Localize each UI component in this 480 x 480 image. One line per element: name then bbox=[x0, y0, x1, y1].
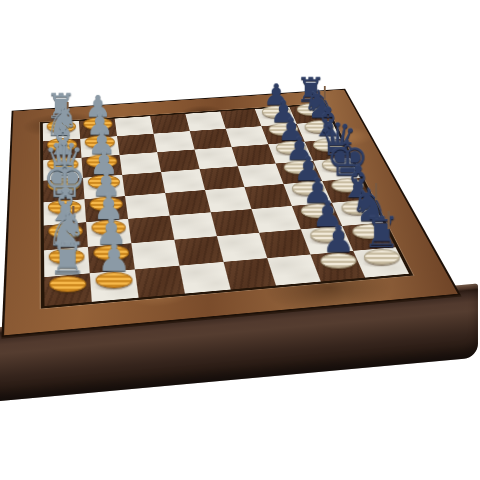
rook-glyph: ♜ bbox=[48, 237, 87, 281]
piece-figure: ♟ bbox=[305, 220, 372, 268]
chess-board: ♜♞♝♛♚♝♞♜♟♟♟♟♟♟♟♟♟♟♟♟♟♟♟♟♜♞♝♛♚♝♞♜ bbox=[1, 89, 460, 337]
union-flag-icon bbox=[388, 193, 390, 229]
pawn-glyph: ♟ bbox=[322, 220, 355, 257]
union-flag-icon bbox=[324, 71, 326, 100]
piece-base bbox=[49, 276, 86, 292]
union-flag-icon bbox=[375, 166, 377, 200]
pieces-layer: ♜♞♝♛♚♝♞♜♟♟♟♟♟♟♟♟♟♟♟♟♟♟♟♟♜♞♝♛♚♝♞♜ bbox=[4, 90, 458, 336]
piece-figure: ♜ bbox=[33, 237, 102, 293]
chess-set-photo: ♜♞♝♛♚♝♞♜♟♟♟♟♟♟♟♟♟♟♟♟♟♟♟♟♜♞♝♛♚♝♞♜ bbox=[0, 0, 480, 480]
piece-base bbox=[321, 253, 357, 269]
